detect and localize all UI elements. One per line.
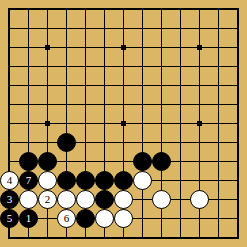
board-intersection[interactable] [57,133,76,152]
board-intersection[interactable] [228,19,247,38]
white-stone [114,209,133,228]
board-intersection[interactable] [152,0,171,19]
white-stone: 4 [0,171,19,190]
board-intersection[interactable] [0,133,19,152]
board-intersection[interactable] [19,57,38,76]
board-intersection[interactable] [19,0,38,19]
board-intersection[interactable] [114,133,133,152]
board-intersection[interactable] [190,114,209,133]
board-intersection[interactable] [19,133,38,152]
board-intersection[interactable] [95,0,114,19]
board-intersection[interactable] [38,152,57,171]
board-intersection[interactable] [133,0,152,19]
move-number-label: 3 [7,194,13,205]
board-intersection[interactable] [133,171,152,190]
move-number-label: 7 [26,175,32,186]
board-intersection[interactable] [114,152,133,171]
board-intersection[interactable] [19,114,38,133]
white-stone [19,190,38,209]
board-intersection[interactable] [38,95,57,114]
board-intersection[interactable]: 2 [38,190,57,209]
board-intersection[interactable] [152,19,171,38]
board-intersection[interactable] [19,76,38,95]
go-diagram: 4732516 [0,0,247,247]
board-intersection[interactable] [171,19,190,38]
board-intersection[interactable] [171,38,190,57]
board-intersection[interactable] [133,19,152,38]
board-intersection[interactable] [57,190,76,209]
board-intersection[interactable] [114,76,133,95]
board-intersection[interactable] [76,152,95,171]
board-intersection[interactable] [190,57,209,76]
board-intersection[interactable] [95,57,114,76]
black-stone [152,152,171,171]
white-stone [152,190,171,209]
move-number-label: 6 [64,213,70,224]
white-stone: 6 [57,209,76,228]
white-stone [133,171,152,190]
board-intersection[interactable] [95,114,114,133]
board-intersection[interactable] [228,95,247,114]
board-intersection[interactable] [19,38,38,57]
board-intersection[interactable] [38,19,57,38]
board-intersection[interactable] [190,209,209,228]
white-stone [38,171,57,190]
board-intersection[interactable] [19,190,38,209]
board-intersection[interactable] [190,0,209,19]
board-intersection[interactable] [171,209,190,228]
board-intersection[interactable] [95,133,114,152]
black-stone: 3 [0,190,19,209]
board-intersection[interactable] [152,114,171,133]
board-intersection[interactable] [209,171,228,190]
board-intersection[interactable] [152,38,171,57]
board-intersection[interactable]: 6 [57,209,76,228]
board-intersection[interactable] [0,38,19,57]
board-intersection[interactable] [171,228,190,247]
board-intersection[interactable] [190,76,209,95]
board-intersection[interactable] [209,0,228,19]
board-intersection[interactable] [209,152,228,171]
board-intersection[interactable] [0,76,19,95]
black-stone [76,209,95,228]
board-intersection[interactable] [38,209,57,228]
go-board: 4732516 [0,0,247,247]
board-intersection[interactable] [171,171,190,190]
board-intersection[interactable] [38,133,57,152]
board-intersection[interactable] [38,114,57,133]
board-intersection[interactable] [133,57,152,76]
board-intersection[interactable] [76,95,95,114]
board-intersection[interactable] [133,209,152,228]
board-intersection[interactable] [209,95,228,114]
board-intersection[interactable] [190,171,209,190]
board-intersection[interactable] [152,171,171,190]
board-intersection[interactable]: 4 [0,171,19,190]
board-intersection[interactable] [76,19,95,38]
white-stone [190,190,209,209]
board-intersection[interactable] [228,76,247,95]
board-intersection[interactable] [19,228,38,247]
board-intersection[interactable] [171,152,190,171]
star-point [121,45,126,50]
board-intersection[interactable] [209,19,228,38]
star-point [197,45,202,50]
board-intersection[interactable] [57,38,76,57]
black-stone [95,190,114,209]
board-intersection[interactable] [209,133,228,152]
board-intersection[interactable] [95,171,114,190]
board-intersection[interactable] [76,190,95,209]
board-intersection[interactable] [190,95,209,114]
white-stone: 2 [38,190,57,209]
board-intersection[interactable] [228,209,247,228]
board-intersection[interactable] [38,171,57,190]
board-intersection[interactable] [57,76,76,95]
black-stone [76,171,95,190]
board-intersection[interactable] [209,57,228,76]
board-intersection[interactable] [133,95,152,114]
board-intersection[interactable] [209,228,228,247]
board-intersection[interactable] [152,209,171,228]
board-intersection[interactable] [95,190,114,209]
board-intersection[interactable] [152,152,171,171]
board-intersection[interactable] [76,133,95,152]
board-intersection[interactable] [209,76,228,95]
board-intersection[interactable] [57,0,76,19]
star-point [197,121,202,126]
board-intersection[interactable] [114,19,133,38]
board-intersection[interactable] [133,133,152,152]
board-intersection[interactable] [95,76,114,95]
board-intersection[interactable] [228,190,247,209]
board-intersection[interactable] [190,19,209,38]
board-intersection[interactable] [76,209,95,228]
board-intersection[interactable] [76,171,95,190]
board-intersection[interactable] [228,228,247,247]
board-intersection[interactable] [133,228,152,247]
board-intersection[interactable] [0,114,19,133]
board-intersection[interactable] [152,95,171,114]
board-intersection[interactable]: 3 [0,190,19,209]
board-intersection[interactable] [76,76,95,95]
board-intersection[interactable] [171,0,190,19]
board-intersection[interactable] [133,114,152,133]
board-intersection[interactable] [57,114,76,133]
board-intersection[interactable] [38,76,57,95]
board-intersection[interactable] [190,228,209,247]
board-intersection[interactable] [228,133,247,152]
board-intersection[interactable] [209,114,228,133]
black-stone [133,152,152,171]
board-intersection[interactable] [114,171,133,190]
board-intersection[interactable] [209,38,228,57]
board-intersection[interactable] [0,19,19,38]
board-intersection[interactable] [95,152,114,171]
move-number-label: 4 [7,175,13,186]
board-intersection[interactable] [57,95,76,114]
board-intersection[interactable] [228,38,247,57]
board-intersection[interactable] [0,228,19,247]
white-stone [114,190,133,209]
board-intersection[interactable] [152,76,171,95]
board-intersection[interactable] [95,209,114,228]
board-intersection[interactable] [228,171,247,190]
board-intersection[interactable] [133,152,152,171]
move-number-label: 5 [7,213,13,224]
board-intersection[interactable] [171,133,190,152]
black-stone: 1 [19,209,38,228]
move-number-label: 2 [45,194,51,205]
black-stone: 7 [19,171,38,190]
board-intersection[interactable] [114,0,133,19]
board-intersection[interactable] [228,57,247,76]
board-intersection[interactable] [228,152,247,171]
board-intersection[interactable] [114,57,133,76]
board-intersection[interactable] [114,95,133,114]
board-intersection[interactable] [190,38,209,57]
board-intersection[interactable] [228,114,247,133]
board-intersection[interactable] [0,95,19,114]
board-intersection[interactable] [0,152,19,171]
board-intersection[interactable] [76,114,95,133]
board-intersection[interactable]: 7 [19,171,38,190]
star-point [121,121,126,126]
board-intersection[interactable] [209,190,228,209]
board-intersection[interactable] [114,114,133,133]
board-intersection[interactable] [19,152,38,171]
board-intersection[interactable] [152,190,171,209]
board-intersection[interactable] [114,209,133,228]
board-intersection[interactable] [95,95,114,114]
board-intersection[interactable] [38,0,57,19]
board-intersection[interactable] [171,114,190,133]
board-intersection[interactable] [38,228,57,247]
board-intersection[interactable] [76,228,95,247]
white-stone [57,190,76,209]
board-intersection[interactable] [152,57,171,76]
board-intersection[interactable] [114,190,133,209]
board-intersection[interactable] [57,57,76,76]
board-intersection[interactable] [95,19,114,38]
board-intersection[interactable] [133,190,152,209]
board-intersection[interactable] [171,95,190,114]
board-intersection[interactable] [57,171,76,190]
board-intersection[interactable] [57,19,76,38]
board-intersection[interactable] [133,76,152,95]
board-intersection[interactable] [152,228,171,247]
board-intersection[interactable] [209,209,228,228]
board-intersection[interactable] [171,57,190,76]
board-intersection[interactable] [19,19,38,38]
board-intersection[interactable] [190,152,209,171]
board-intersection[interactable] [190,133,209,152]
board-intersection[interactable] [190,190,209,209]
board-intersection[interactable] [38,57,57,76]
board-intersection[interactable] [171,76,190,95]
white-stone [76,190,95,209]
black-stone [19,152,38,171]
board-intersection[interactable] [0,57,19,76]
board-intersection[interactable] [76,38,95,57]
black-stone [57,171,76,190]
board-intersection[interactable] [228,0,247,19]
black-stone [95,171,114,190]
board-intersection[interactable] [95,38,114,57]
board-intersection[interactable] [152,133,171,152]
black-stone: 5 [0,209,19,228]
board-intersection[interactable] [57,152,76,171]
board-intersection[interactable] [76,0,95,19]
board-intersection[interactable] [171,190,190,209]
black-stone [57,133,76,152]
board-intersection[interactable] [76,57,95,76]
board-intersection[interactable] [133,38,152,57]
star-point [45,121,50,126]
board-intersection[interactable] [0,0,19,19]
move-number-label: 1 [26,213,32,224]
board-intersection[interactable]: 1 [19,209,38,228]
board-intersection[interactable] [19,95,38,114]
board-intersection[interactable] [114,228,133,247]
board-intersection[interactable]: 5 [0,209,19,228]
black-stone [38,152,57,171]
star-point [45,45,50,50]
board-intersection[interactable] [57,228,76,247]
board-intersection[interactable] [114,38,133,57]
white-stone [95,209,114,228]
black-stone [114,171,133,190]
board-intersection[interactable] [38,38,57,57]
board-intersection[interactable] [95,228,114,247]
